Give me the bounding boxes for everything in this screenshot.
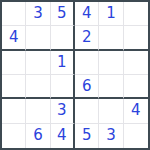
sudoku-cell-r3c2[interactable]	[26, 51, 50, 75]
given-digit: 3	[33, 6, 43, 21]
sudoku-cell-r4c2[interactable]	[26, 75, 50, 99]
sudoku-cell-r6c3[interactable]: 4	[51, 124, 75, 148]
sudoku-cell-r2c5[interactable]	[99, 26, 123, 50]
given-digit: 4	[131, 103, 141, 118]
sudoku-cell-r1c3[interactable]: 5	[51, 2, 75, 26]
sudoku-cell-r4c4[interactable]: 6	[75, 75, 99, 99]
sudoku-cell-r3c3[interactable]: 1	[51, 51, 75, 75]
given-digit: 4	[82, 6, 92, 21]
given-digit: 5	[57, 6, 67, 21]
sudoku-cell-r2c2[interactable]	[26, 26, 50, 50]
given-digit: 1	[57, 55, 67, 70]
sudoku-cell-r5c6[interactable]: 4	[124, 99, 148, 123]
sudoku-cell-r6c5[interactable]: 3	[99, 124, 123, 148]
given-digit: 6	[82, 79, 92, 94]
sudoku-cell-r6c6[interactable]	[124, 124, 148, 148]
sudoku-cell-r2c6[interactable]	[124, 26, 148, 50]
given-digit: 3	[57, 103, 67, 118]
sudoku-cell-r3c5[interactable]	[99, 51, 123, 75]
sudoku-cell-r1c5[interactable]: 1	[99, 2, 123, 26]
sudoku-app: 35414216346453	[0, 0, 150, 150]
sudoku-cell-r5c4[interactable]	[75, 99, 99, 123]
sudoku-cell-r1c2[interactable]: 3	[26, 2, 50, 26]
given-digit: 4	[57, 128, 67, 143]
sudoku-cell-r6c1[interactable]	[2, 124, 26, 148]
sudoku-cell-r5c1[interactable]	[2, 99, 26, 123]
sudoku-cell-r2c1[interactable]: 4	[2, 26, 26, 50]
sudoku-board: 35414216346453	[0, 0, 150, 150]
sudoku-cell-r1c4[interactable]: 4	[75, 2, 99, 26]
sudoku-cell-r5c3[interactable]: 3	[51, 99, 75, 123]
given-digit: 2	[82, 30, 92, 45]
sudoku-cell-r4c5[interactable]	[99, 75, 123, 99]
given-digit: 6	[33, 128, 43, 143]
given-digit: 3	[106, 128, 116, 143]
sudoku-cell-r4c1[interactable]	[2, 75, 26, 99]
sudoku-cell-r6c4[interactable]: 5	[75, 124, 99, 148]
sudoku-cell-r3c1[interactable]	[2, 51, 26, 75]
sudoku-cell-r3c6[interactable]	[124, 51, 148, 75]
sudoku-cell-r1c1[interactable]	[2, 2, 26, 26]
given-digit: 1	[106, 6, 116, 21]
sudoku-cell-r5c5[interactable]	[99, 99, 123, 123]
given-digit: 4	[9, 30, 19, 45]
sudoku-cell-r5c2[interactable]	[26, 99, 50, 123]
sudoku-cell-r6c2[interactable]: 6	[26, 124, 50, 148]
sudoku-cell-r4c3[interactable]	[51, 75, 75, 99]
sudoku-cell-r1c6[interactable]	[124, 2, 148, 26]
sudoku-cell-r2c3[interactable]	[51, 26, 75, 50]
sudoku-cell-r2c4[interactable]: 2	[75, 26, 99, 50]
given-digit: 5	[82, 128, 92, 143]
sudoku-cell-r3c4[interactable]	[75, 51, 99, 75]
sudoku-cell-r4c6[interactable]	[124, 75, 148, 99]
